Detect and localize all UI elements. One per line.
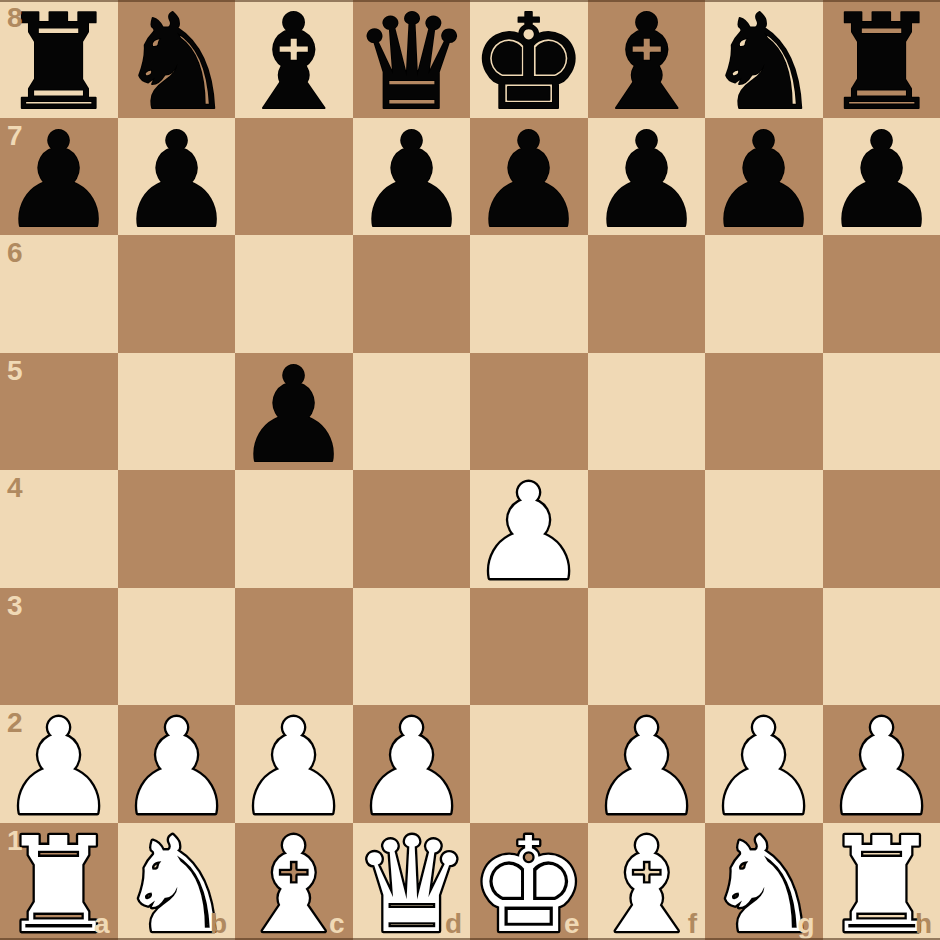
- square-h1[interactable]: h♜: [823, 823, 940, 940]
- square-d1[interactable]: d♛: [353, 823, 471, 940]
- square-f7[interactable]: ♟: [588, 118, 706, 236]
- square-d4[interactable]: [353, 470, 471, 588]
- square-b7[interactable]: ♟: [118, 118, 236, 236]
- svg-text:♝: ♝: [235, 0, 353, 139]
- square-e7[interactable]: ♟: [470, 118, 588, 236]
- square-e4[interactable]: ♟: [470, 470, 588, 588]
- piece-black-knight[interactable]: ♞: [705, 0, 823, 118]
- square-c2[interactable]: ♟: [235, 705, 353, 823]
- piece-black-bishop[interactable]: ♝: [588, 0, 706, 118]
- piece-black-pawn[interactable]: ♟: [0, 118, 118, 236]
- square-g8[interactable]: ♞: [705, 0, 823, 118]
- square-d3[interactable]: [353, 588, 471, 706]
- square-a2[interactable]: 2♟: [0, 705, 118, 823]
- square-g5[interactable]: [705, 353, 823, 471]
- svg-text:♟: ♟: [705, 103, 823, 256]
- square-a1[interactable]: 1a♜: [0, 823, 118, 940]
- piece-black-pawn[interactable]: ♟: [118, 118, 236, 236]
- piece-white-knight[interactable]: ♞: [118, 823, 236, 940]
- square-g2[interactable]: ♟: [705, 705, 823, 823]
- square-a7[interactable]: 7♟: [0, 118, 118, 236]
- square-c3[interactable]: [235, 588, 353, 706]
- square-b3[interactable]: [118, 588, 236, 706]
- svg-text:♝: ♝: [235, 808, 353, 940]
- piece-black-pawn[interactable]: ♟: [470, 118, 588, 236]
- svg-text:♟: ♟: [117, 103, 235, 256]
- svg-text:♟: ♟: [587, 103, 705, 256]
- square-e1[interactable]: e♚: [470, 823, 588, 940]
- piece-white-rook[interactable]: ♜: [0, 823, 118, 940]
- square-c6[interactable]: [235, 235, 353, 353]
- square-c1[interactable]: c♝: [235, 823, 353, 940]
- square-h7[interactable]: ♟: [823, 118, 940, 236]
- piece-black-pawn[interactable]: ♟: [823, 118, 940, 236]
- square-f8[interactable]: ♝: [588, 0, 706, 118]
- square-f5[interactable]: [588, 353, 706, 471]
- svg-text:♟: ♟: [0, 103, 118, 256]
- square-a8[interactable]: 8♜: [0, 0, 118, 118]
- square-c5[interactable]: ♟: [235, 353, 353, 471]
- piece-white-rook[interactable]: ♜: [823, 823, 940, 940]
- piece-black-pawn[interactable]: ♟: [588, 118, 706, 236]
- square-g7[interactable]: ♟: [705, 118, 823, 236]
- square-b1[interactable]: b♞: [118, 823, 236, 940]
- square-d5[interactable]: [353, 353, 471, 471]
- piece-black-bishop[interactable]: ♝: [235, 0, 353, 118]
- svg-text:♝: ♝: [587, 808, 705, 940]
- svg-text:♟: ♟: [470, 456, 588, 609]
- svg-text:♛: ♛: [352, 808, 470, 940]
- piece-white-pawn[interactable]: ♟: [588, 705, 706, 823]
- square-b2[interactable]: ♟: [118, 705, 236, 823]
- square-b8[interactable]: ♞: [118, 0, 236, 118]
- piece-black-king[interactable]: ♚: [470, 0, 588, 118]
- piece-white-bishop[interactable]: ♝: [235, 823, 353, 940]
- piece-white-pawn[interactable]: ♟: [235, 705, 353, 823]
- square-g4[interactable]: [705, 470, 823, 588]
- square-g1[interactable]: g♞: [705, 823, 823, 940]
- piece-white-pawn[interactable]: ♟: [470, 470, 588, 588]
- piece-black-rook[interactable]: ♜: [823, 0, 940, 118]
- coord-rank-5: 5: [7, 357, 23, 385]
- svg-text:♚: ♚: [470, 808, 588, 940]
- chess-board: 8♜♞♝♛♚♝♞♜7♟♟♟♟♟♟♟65♟4♟32♟♟♟♟♟♟♟1a♜b♞c♝d♛…: [0, 0, 940, 940]
- square-a5[interactable]: 5: [0, 353, 118, 471]
- square-f3[interactable]: [588, 588, 706, 706]
- square-d2[interactable]: ♟: [353, 705, 471, 823]
- piece-black-knight[interactable]: ♞: [118, 0, 236, 118]
- piece-black-queen[interactable]: ♛: [353, 0, 471, 118]
- square-h5[interactable]: [823, 353, 940, 471]
- coord-rank-4: 4: [7, 474, 23, 502]
- square-e5[interactable]: [470, 353, 588, 471]
- square-a3[interactable]: 3: [0, 588, 118, 706]
- svg-text:♟: ♟: [470, 103, 588, 256]
- svg-text:♞: ♞: [705, 808, 823, 940]
- square-g3[interactable]: [705, 588, 823, 706]
- piece-white-queen[interactable]: ♛: [353, 823, 471, 940]
- square-b4[interactable]: [118, 470, 236, 588]
- square-h2[interactable]: ♟: [823, 705, 940, 823]
- square-e8[interactable]: ♚: [470, 0, 588, 118]
- piece-white-bishop[interactable]: ♝: [588, 823, 706, 940]
- svg-text:♞: ♞: [117, 808, 235, 940]
- square-a4[interactable]: 4: [0, 470, 118, 588]
- piece-white-knight[interactable]: ♞: [705, 823, 823, 940]
- square-b5[interactable]: [118, 353, 236, 471]
- square-h4[interactable]: [823, 470, 940, 588]
- square-d7[interactable]: ♟: [353, 118, 471, 236]
- svg-text:♟: ♟: [352, 103, 470, 256]
- piece-white-pawn[interactable]: ♟: [118, 705, 236, 823]
- piece-black-pawn[interactable]: ♟: [705, 118, 823, 236]
- square-h8[interactable]: ♜: [823, 0, 940, 118]
- piece-white-pawn[interactable]: ♟: [0, 705, 118, 823]
- coord-rank-3: 3: [7, 592, 23, 620]
- square-c8[interactable]: ♝: [235, 0, 353, 118]
- square-h3[interactable]: [823, 588, 940, 706]
- piece-black-pawn[interactable]: ♟: [353, 118, 471, 236]
- piece-white-pawn[interactable]: ♟: [823, 705, 940, 823]
- svg-text:♟: ♟: [822, 103, 940, 256]
- square-f2[interactable]: ♟: [588, 705, 706, 823]
- piece-black-rook[interactable]: ♜: [0, 0, 118, 118]
- square-f1[interactable]: f♝: [588, 823, 706, 940]
- svg-text:♜: ♜: [0, 808, 118, 940]
- svg-text:♟: ♟: [235, 338, 353, 491]
- piece-black-pawn[interactable]: ♟: [235, 353, 353, 471]
- piece-white-pawn[interactable]: ♟: [353, 705, 471, 823]
- square-e2[interactable]: [470, 705, 588, 823]
- piece-white-king[interactable]: ♚: [470, 823, 588, 940]
- square-f4[interactable]: [588, 470, 706, 588]
- piece-white-pawn[interactable]: ♟: [705, 705, 823, 823]
- square-d8[interactable]: ♛: [353, 0, 471, 118]
- svg-text:♜: ♜: [822, 808, 940, 940]
